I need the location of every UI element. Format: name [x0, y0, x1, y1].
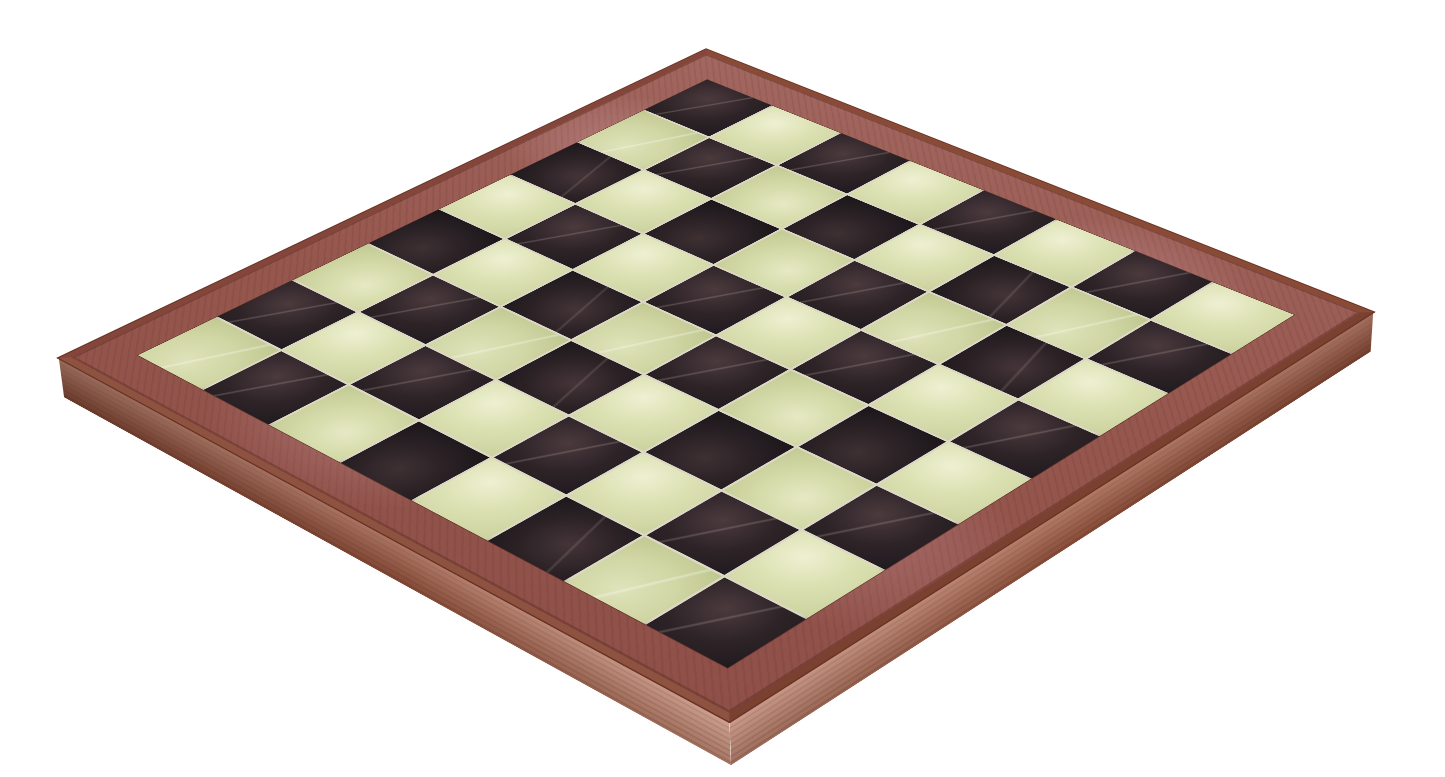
chessboard: [59, 49, 1373, 721]
photo-background: [0, 0, 1445, 777]
board-top-face: [59, 49, 1373, 721]
board-grid: [138, 80, 1294, 668]
wooden-frame: [138, 80, 1294, 668]
